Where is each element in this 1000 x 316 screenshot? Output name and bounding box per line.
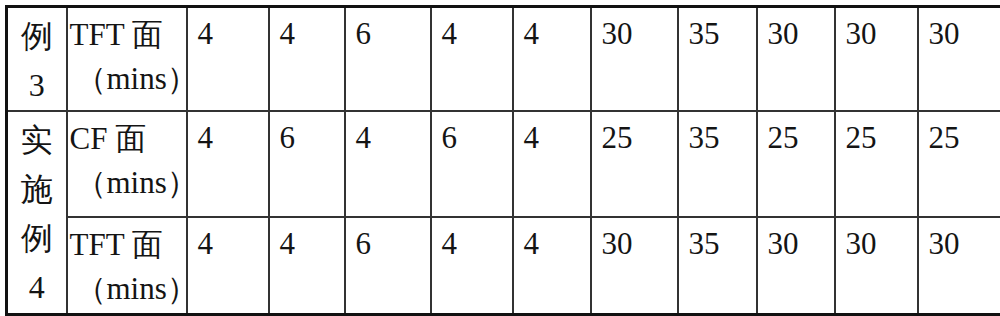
group-label-line: 4 bbox=[8, 263, 66, 312]
group-label-line: 例 bbox=[8, 12, 66, 61]
table-row: TFT 面 （mins） 4 4 6 4 4 30 35 30 30 30 bbox=[7, 217, 1000, 315]
value-cell: 4 bbox=[513, 7, 591, 112]
group-label-line: 实 bbox=[8, 116, 66, 165]
face-label-cell: CF 面 （mins） bbox=[67, 111, 187, 217]
value-cell: 30 bbox=[591, 217, 678, 315]
value-cell: 25 bbox=[591, 111, 678, 217]
value-cell: 4 bbox=[431, 7, 513, 112]
value-cell: 4 bbox=[431, 217, 513, 315]
face-name: TFT 面 bbox=[70, 13, 186, 57]
value-cell: 4 bbox=[187, 111, 269, 217]
face-name: CF 面 bbox=[70, 117, 186, 161]
group-label-cell-embodiment-3: 例 3 bbox=[7, 7, 67, 112]
value-cell: 35 bbox=[678, 217, 757, 315]
value-cell: 30 bbox=[757, 7, 835, 112]
face-label-cell: TFT 面 （mins） bbox=[67, 7, 187, 112]
process-time-table: 例 3 TFT 面 （mins） 4 4 6 4 4 30 35 30 30 3… bbox=[5, 5, 1000, 316]
value-cell: 6 bbox=[431, 111, 513, 217]
value-cell: 4 bbox=[345, 111, 431, 217]
value-cell: 30 bbox=[835, 217, 918, 315]
value-cell: 30 bbox=[757, 217, 835, 315]
scanned-document-page: 例 3 TFT 面 （mins） 4 4 6 4 4 30 35 30 30 3… bbox=[0, 0, 1000, 316]
table-row: 实 施 例 4 CF 面 （mins） 4 6 4 6 4 25 35 25 2… bbox=[7, 111, 1000, 217]
value-cell: 4 bbox=[513, 217, 591, 315]
face-unit: （mins） bbox=[70, 267, 186, 311]
value-cell: 25 bbox=[757, 111, 835, 217]
value-cell: 30 bbox=[918, 217, 1000, 315]
face-label-cell: TFT 面 （mins） bbox=[67, 217, 187, 315]
value-cell: 35 bbox=[678, 111, 757, 217]
face-name: TFT 面 bbox=[70, 223, 186, 267]
value-cell: 4 bbox=[187, 7, 269, 112]
value-cell: 25 bbox=[835, 111, 918, 217]
group-label-cell-embodiment-4: 实 施 例 4 bbox=[7, 111, 67, 315]
table-row: 例 3 TFT 面 （mins） 4 4 6 4 4 30 35 30 30 3… bbox=[7, 7, 1000, 112]
value-cell: 30 bbox=[591, 7, 678, 112]
value-cell: 4 bbox=[187, 217, 269, 315]
group-label-line: 3 bbox=[8, 61, 66, 110]
value-cell: 25 bbox=[918, 111, 1000, 217]
value-cell: 4 bbox=[269, 7, 345, 112]
value-cell: 30 bbox=[835, 7, 918, 112]
face-unit: （mins） bbox=[70, 161, 186, 205]
value-cell: 30 bbox=[918, 7, 1000, 112]
face-unit: （mins） bbox=[70, 57, 186, 101]
value-cell: 4 bbox=[269, 217, 345, 315]
group-label-line: 施 bbox=[8, 165, 66, 214]
value-cell: 6 bbox=[345, 217, 431, 315]
value-cell: 35 bbox=[678, 7, 757, 112]
value-cell: 6 bbox=[345, 7, 431, 112]
value-cell: 4 bbox=[513, 111, 591, 217]
group-label-line: 例 bbox=[8, 214, 66, 263]
value-cell: 6 bbox=[269, 111, 345, 217]
